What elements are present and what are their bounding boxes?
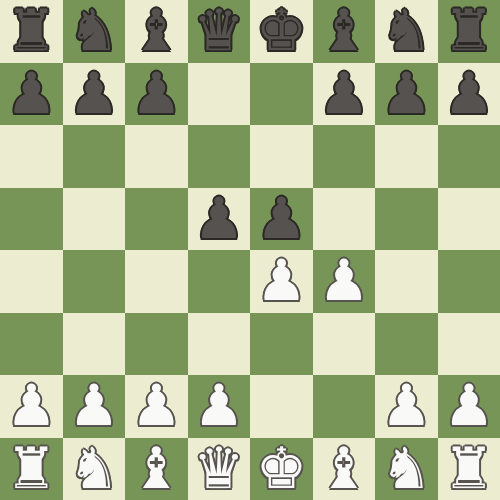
white-king-piece[interactable]: ♚ — [256, 438, 307, 500]
black-pawn-piece[interactable]: ♟ — [256, 188, 307, 250]
white-bishop-piece[interactable]: ♝ — [318, 438, 369, 500]
black-pawn-piece[interactable]: ♟ — [68, 63, 119, 125]
square-a6[interactable] — [0, 125, 63, 188]
square-h7[interactable]: ♟ — [438, 63, 500, 126]
square-b4[interactable] — [63, 250, 126, 313]
square-c1[interactable]: ♝ — [125, 438, 188, 500]
black-queen-piece[interactable]: ♛ — [193, 0, 244, 62]
white-pawn-piece[interactable]: ♟ — [381, 375, 432, 437]
square-g4[interactable] — [375, 250, 438, 313]
square-e7[interactable] — [250, 63, 313, 126]
square-c3[interactable] — [125, 313, 188, 376]
white-pawn-piece[interactable]: ♟ — [256, 250, 307, 312]
white-queen-piece[interactable]: ♛ — [193, 438, 244, 500]
square-d8[interactable]: ♛ — [188, 0, 251, 63]
white-pawn-piece[interactable]: ♟ — [318, 250, 369, 312]
square-h5[interactable] — [438, 188, 500, 251]
white-pawn-piece[interactable]: ♟ — [68, 375, 119, 437]
square-h8[interactable]: ♜ — [438, 0, 500, 63]
black-pawn-piece[interactable]: ♟ — [131, 63, 182, 125]
black-knight-piece[interactable]: ♞ — [381, 0, 432, 62]
white-pawn-piece[interactable]: ♟ — [131, 375, 182, 437]
square-e1[interactable]: ♚ — [250, 438, 313, 500]
square-d5[interactable]: ♟ — [188, 188, 251, 251]
square-h4[interactable] — [438, 250, 500, 313]
square-a2[interactable]: ♟ — [0, 375, 63, 438]
square-f3[interactable] — [313, 313, 376, 376]
square-b5[interactable] — [63, 188, 126, 251]
square-c5[interactable] — [125, 188, 188, 251]
square-a4[interactable] — [0, 250, 63, 313]
white-bishop-piece[interactable]: ♝ — [131, 438, 182, 500]
black-pawn-piece[interactable]: ♟ — [443, 63, 494, 125]
black-king-piece[interactable]: ♚ — [256, 0, 307, 62]
square-a3[interactable] — [0, 313, 63, 376]
square-f2[interactable] — [313, 375, 376, 438]
square-a1[interactable]: ♜ — [0, 438, 63, 500]
square-g2[interactable]: ♟ — [375, 375, 438, 438]
square-b2[interactable]: ♟ — [63, 375, 126, 438]
black-bishop-piece[interactable]: ♝ — [318, 0, 369, 62]
white-pawn-piece[interactable]: ♟ — [6, 375, 57, 437]
square-e5[interactable]: ♟ — [250, 188, 313, 251]
square-c7[interactable]: ♟ — [125, 63, 188, 126]
square-d1[interactable]: ♛ — [188, 438, 251, 500]
black-pawn-piece[interactable]: ♟ — [318, 63, 369, 125]
square-d7[interactable] — [188, 63, 251, 126]
square-g8[interactable]: ♞ — [375, 0, 438, 63]
square-e3[interactable] — [250, 313, 313, 376]
square-d2[interactable]: ♟ — [188, 375, 251, 438]
square-f1[interactable]: ♝ — [313, 438, 376, 500]
black-bishop-piece[interactable]: ♝ — [131, 0, 182, 62]
square-d3[interactable] — [188, 313, 251, 376]
square-c2[interactable]: ♟ — [125, 375, 188, 438]
square-e2[interactable] — [250, 375, 313, 438]
square-b7[interactable]: ♟ — [63, 63, 126, 126]
black-pawn-piece[interactable]: ♟ — [6, 63, 57, 125]
square-h2[interactable]: ♟ — [438, 375, 500, 438]
square-b8[interactable]: ♞ — [63, 0, 126, 63]
white-rook-piece[interactable]: ♜ — [6, 438, 57, 500]
square-d4[interactable] — [188, 250, 251, 313]
square-b6[interactable] — [63, 125, 126, 188]
black-rook-piece[interactable]: ♜ — [443, 0, 494, 62]
square-f7[interactable]: ♟ — [313, 63, 376, 126]
square-a7[interactable]: ♟ — [0, 63, 63, 126]
black-pawn-piece[interactable]: ♟ — [381, 63, 432, 125]
square-g7[interactable]: ♟ — [375, 63, 438, 126]
square-c6[interactable] — [125, 125, 188, 188]
white-knight-piece[interactable]: ♞ — [68, 438, 119, 500]
black-knight-piece[interactable]: ♞ — [68, 0, 119, 62]
square-a8[interactable]: ♜ — [0, 0, 63, 63]
square-f5[interactable] — [313, 188, 376, 251]
square-h1[interactable]: ♜ — [438, 438, 500, 500]
square-d6[interactable] — [188, 125, 251, 188]
square-e4[interactable]: ♟ — [250, 250, 313, 313]
square-f8[interactable]: ♝ — [313, 0, 376, 63]
square-g6[interactable] — [375, 125, 438, 188]
square-b1[interactable]: ♞ — [63, 438, 126, 500]
square-h6[interactable] — [438, 125, 500, 188]
square-f4[interactable]: ♟ — [313, 250, 376, 313]
square-g5[interactable] — [375, 188, 438, 251]
square-h3[interactable] — [438, 313, 500, 376]
black-rook-piece[interactable]: ♜ — [6, 0, 57, 62]
square-g3[interactable] — [375, 313, 438, 376]
chess-board[interactable]: ♜♞♝♛♚♝♞♜♟♟♟♟♟♟♟♟♟♟♟♟♟♟♟♟♜♞♝♛♚♝♞♜ — [0, 0, 500, 500]
white-knight-piece[interactable]: ♞ — [381, 438, 432, 500]
square-c4[interactable] — [125, 250, 188, 313]
square-a5[interactable] — [0, 188, 63, 251]
black-pawn-piece[interactable]: ♟ — [193, 188, 244, 250]
square-f6[interactable] — [313, 125, 376, 188]
square-b3[interactable] — [63, 313, 126, 376]
square-c8[interactable]: ♝ — [125, 0, 188, 63]
square-g1[interactable]: ♞ — [375, 438, 438, 500]
white-rook-piece[interactable]: ♜ — [443, 438, 494, 500]
square-e8[interactable]: ♚ — [250, 0, 313, 63]
white-pawn-piece[interactable]: ♟ — [443, 375, 494, 437]
white-pawn-piece[interactable]: ♟ — [193, 375, 244, 437]
square-e6[interactable] — [250, 125, 313, 188]
